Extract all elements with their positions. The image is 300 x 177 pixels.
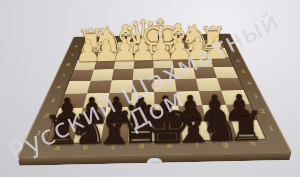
- product-photo: abcdefgh1122334455667788 ♜♞♝♛♚♝♞♜♟♟♟♟♟♟♟…: [0, 0, 300, 177]
- square-b7[interactable]: [97, 50, 117, 59]
- rank-label-6-left: 6: [65, 63, 71, 66]
- square-b5[interactable]: [91, 69, 114, 81]
- rank-label-3-left: 3: [49, 98, 56, 103]
- square-h1[interactable]: [231, 120, 265, 139]
- board-thumb-notch: [146, 158, 162, 164]
- square-c6[interactable]: [114, 59, 135, 69]
- rank-label-4-right: 4: [246, 81, 253, 85]
- file-label-e: e: [166, 142, 172, 149]
- rank-label-2-right: 2: [259, 109, 267, 114]
- square-b6[interactable]: [94, 59, 116, 69]
- square-h2[interactable]: [226, 104, 257, 121]
- file-label-g: g: [222, 141, 230, 148]
- rank-label-8-left: 8: [74, 45, 79, 48]
- file-label-d: d: [138, 143, 144, 150]
- square-c7[interactable]: [116, 50, 136, 59]
- rank-label-3-right: 3: [252, 94, 259, 99]
- rank-label-7-left: 7: [70, 54, 75, 57]
- file-label-h: h: [249, 140, 258, 147]
- square-h3[interactable]: [221, 90, 250, 105]
- square-d7[interactable]: [134, 49, 153, 58]
- rank-label-1-right: 1: [267, 125, 276, 131]
- file-label-f: f: [195, 142, 200, 149]
- rank-label-4-left: 4: [55, 85, 61, 89]
- rank-label-5-left: 5: [61, 73, 67, 77]
